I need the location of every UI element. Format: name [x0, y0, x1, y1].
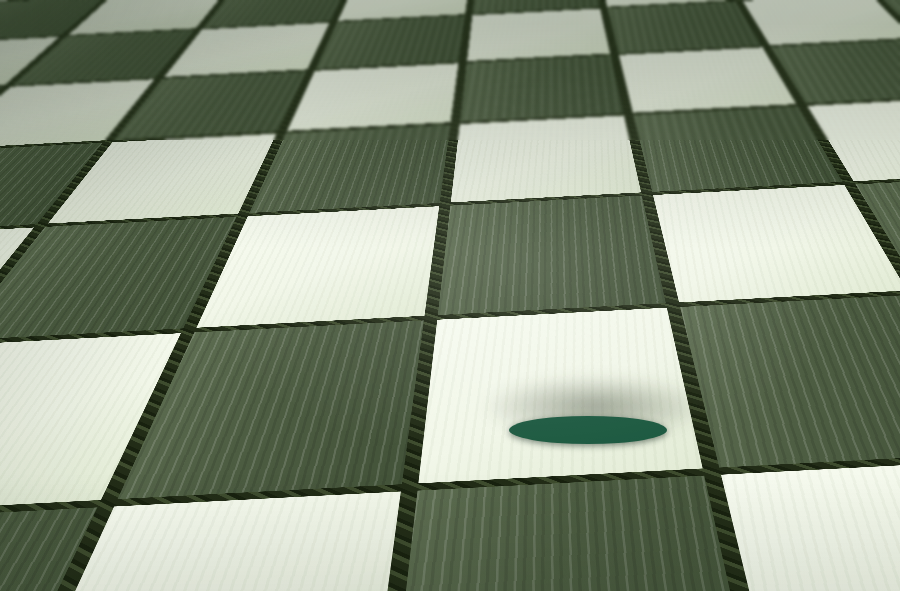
chessboard-photo: ♟	[0, 0, 900, 591]
board-square	[249, 125, 450, 213]
board-square	[287, 63, 458, 130]
board-square	[316, 16, 465, 69]
